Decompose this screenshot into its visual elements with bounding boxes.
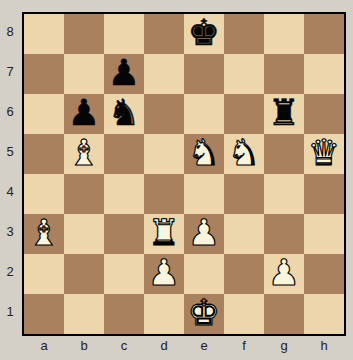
square-h6[interactable] [304, 94, 344, 134]
square-a6[interactable] [24, 94, 64, 134]
square-h2[interactable] [304, 254, 344, 294]
white-bishop-b5[interactable]: ♝ [68, 134, 100, 173]
white-pawn-d2[interactable]: ♟ [148, 254, 180, 293]
square-a3[interactable]: ♝ [24, 214, 64, 254]
square-h5[interactable]: ♛ [304, 134, 344, 174]
rank-label-4: 4 [0, 172, 20, 212]
square-d7[interactable] [144, 54, 184, 94]
black-knight-c6[interactable]: ♞ [108, 94, 140, 133]
square-c7[interactable]: ♟ [104, 54, 144, 94]
square-g2[interactable]: ♟ [264, 254, 304, 294]
square-b6[interactable]: ♟ [64, 94, 104, 134]
square-c3[interactable] [104, 214, 144, 254]
square-g4[interactable] [264, 174, 304, 214]
white-queen-h5[interactable]: ♛ [308, 134, 340, 173]
square-e4[interactable] [184, 174, 224, 214]
chess-board: ♚♟♟♞♜♝♞♞♛♝♜♟♟♟♚ [22, 12, 346, 336]
rank-label-5: 5 [0, 132, 20, 172]
file-label-h: h [304, 338, 344, 354]
white-knight-f5[interactable]: ♞ [228, 134, 260, 173]
rank-label-7: 7 [0, 52, 20, 92]
file-label-g: g [264, 338, 304, 354]
square-b7[interactable] [64, 54, 104, 94]
square-d8[interactable] [144, 14, 184, 54]
rank-label-3: 3 [0, 212, 20, 252]
square-c8[interactable] [104, 14, 144, 54]
square-b1[interactable] [64, 294, 104, 334]
white-pawn-e3[interactable]: ♟ [188, 214, 220, 253]
square-a2[interactable] [24, 254, 64, 294]
square-g5[interactable] [264, 134, 304, 174]
rank-label-8: 8 [0, 12, 20, 52]
square-f8[interactable] [224, 14, 264, 54]
square-h7[interactable] [304, 54, 344, 94]
square-f7[interactable] [224, 54, 264, 94]
square-a1[interactable] [24, 294, 64, 334]
square-e8[interactable]: ♚ [184, 14, 224, 54]
square-f2[interactable] [224, 254, 264, 294]
file-label-c: c [104, 338, 144, 354]
square-h4[interactable] [304, 174, 344, 214]
rank-label-1: 1 [0, 292, 20, 332]
square-f6[interactable] [224, 94, 264, 134]
white-rook-d3[interactable]: ♜ [148, 214, 180, 253]
square-d3[interactable]: ♜ [144, 214, 184, 254]
white-king-e1[interactable]: ♚ [188, 294, 220, 333]
square-a4[interactable] [24, 174, 64, 214]
square-d4[interactable] [144, 174, 184, 214]
square-c1[interactable] [104, 294, 144, 334]
square-f4[interactable] [224, 174, 264, 214]
square-c6[interactable]: ♞ [104, 94, 144, 134]
square-a5[interactable] [24, 134, 64, 174]
square-e5[interactable]: ♞ [184, 134, 224, 174]
square-h8[interactable] [304, 14, 344, 54]
square-a7[interactable] [24, 54, 64, 94]
white-pawn-g2[interactable]: ♟ [268, 254, 300, 293]
square-g3[interactable] [264, 214, 304, 254]
square-b2[interactable] [64, 254, 104, 294]
square-c4[interactable] [104, 174, 144, 214]
square-g7[interactable] [264, 54, 304, 94]
square-d2[interactable]: ♟ [144, 254, 184, 294]
chess-app-window: ♚♟♟♞♜♝♞♞♛♝♜♟♟♟♚ 87654321 abcdefgh [0, 0, 353, 360]
file-label-d: d [144, 338, 184, 354]
square-h3[interactable] [304, 214, 344, 254]
black-rook-g6[interactable]: ♜ [268, 94, 300, 133]
black-pawn-b6[interactable]: ♟ [68, 94, 100, 133]
square-h1[interactable] [304, 294, 344, 334]
square-f5[interactable]: ♞ [224, 134, 264, 174]
square-d5[interactable] [144, 134, 184, 174]
square-b5[interactable]: ♝ [64, 134, 104, 174]
file-label-f: f [224, 338, 264, 354]
square-a8[interactable] [24, 14, 64, 54]
square-f3[interactable] [224, 214, 264, 254]
black-pawn-c7[interactable]: ♟ [108, 54, 140, 93]
black-king-e8[interactable]: ♚ [188, 14, 220, 53]
file-label-a: a [24, 338, 64, 354]
square-b8[interactable] [64, 14, 104, 54]
white-bishop-a3[interactable]: ♝ [28, 214, 60, 253]
square-c5[interactable] [104, 134, 144, 174]
square-c2[interactable] [104, 254, 144, 294]
square-f1[interactable] [224, 294, 264, 334]
square-g6[interactable]: ♜ [264, 94, 304, 134]
square-e1[interactable]: ♚ [184, 294, 224, 334]
white-knight-e5[interactable]: ♞ [188, 134, 220, 173]
square-d6[interactable] [144, 94, 184, 134]
square-d1[interactable] [144, 294, 184, 334]
square-e6[interactable] [184, 94, 224, 134]
square-e3[interactable]: ♟ [184, 214, 224, 254]
square-b4[interactable] [64, 174, 104, 214]
square-b3[interactable] [64, 214, 104, 254]
file-label-b: b [64, 338, 104, 354]
rank-label-2: 2 [0, 252, 20, 292]
rank-label-6: 6 [0, 92, 20, 132]
file-label-e: e [184, 338, 224, 354]
square-g1[interactable] [264, 294, 304, 334]
square-e7[interactable] [184, 54, 224, 94]
square-g8[interactable] [264, 14, 304, 54]
square-e2[interactable] [184, 254, 224, 294]
